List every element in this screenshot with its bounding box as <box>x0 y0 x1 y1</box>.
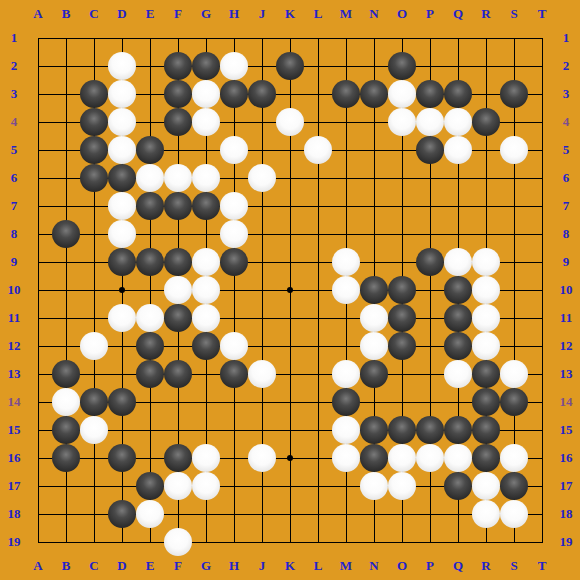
stone-black <box>164 80 192 108</box>
stone-black <box>360 360 388 388</box>
stone-black <box>192 52 220 80</box>
stone-black <box>80 80 108 108</box>
stone-white <box>136 304 164 332</box>
column-label-top: J <box>248 6 276 22</box>
stone-black <box>136 136 164 164</box>
stone-white <box>444 136 472 164</box>
column-label-top: C <box>80 6 108 22</box>
stone-black <box>108 164 136 192</box>
stone-black <box>108 500 136 528</box>
column-label-top: S <box>500 6 528 22</box>
stone-white <box>416 444 444 472</box>
stone-black <box>472 360 500 388</box>
stone-white <box>192 304 220 332</box>
column-label-top: O <box>388 6 416 22</box>
row-label-left: 14 <box>0 394 28 410</box>
stone-white <box>192 80 220 108</box>
stone-white <box>444 360 472 388</box>
column-label-top: G <box>192 6 220 22</box>
stone-white <box>332 276 360 304</box>
stone-white <box>108 52 136 80</box>
stone-black <box>108 388 136 416</box>
stone-black <box>164 360 192 388</box>
column-label-top: B <box>52 6 80 22</box>
stone-white <box>332 444 360 472</box>
stone-white <box>500 136 528 164</box>
row-label-right: 7 <box>552 198 580 214</box>
stone-black <box>136 360 164 388</box>
stone-black <box>136 192 164 220</box>
column-label-bottom: J <box>248 558 276 574</box>
row-label-left: 7 <box>0 198 28 214</box>
column-label-top: A <box>24 6 52 22</box>
stone-black <box>220 80 248 108</box>
stone-black <box>192 192 220 220</box>
stone-black <box>164 248 192 276</box>
stone-white <box>332 360 360 388</box>
row-label-left: 8 <box>0 226 28 242</box>
stone-white <box>444 444 472 472</box>
column-label-top: D <box>108 6 136 22</box>
stone-white <box>108 192 136 220</box>
column-label-bottom: O <box>388 558 416 574</box>
row-label-right: 8 <box>552 226 580 242</box>
stone-black <box>332 388 360 416</box>
stone-black <box>444 332 472 360</box>
column-label-top: P <box>416 6 444 22</box>
stone-black <box>388 332 416 360</box>
stone-black <box>192 332 220 360</box>
stone-white <box>472 276 500 304</box>
stone-white <box>108 136 136 164</box>
stone-white <box>444 108 472 136</box>
row-label-right: 12 <box>552 338 580 354</box>
column-label-bottom: L <box>304 558 332 574</box>
column-label-bottom: K <box>276 558 304 574</box>
stone-black <box>108 248 136 276</box>
stone-white <box>444 248 472 276</box>
stone-black <box>444 80 472 108</box>
stone-black <box>80 164 108 192</box>
stone-white <box>388 444 416 472</box>
row-label-left: 10 <box>0 282 28 298</box>
stone-black <box>136 248 164 276</box>
stone-black <box>52 360 80 388</box>
column-label-bottom: H <box>220 558 248 574</box>
stone-white <box>108 220 136 248</box>
column-label-bottom: D <box>108 558 136 574</box>
stone-black <box>500 472 528 500</box>
row-label-right: 17 <box>552 478 580 494</box>
stone-white <box>304 136 332 164</box>
stone-black <box>472 388 500 416</box>
stone-white <box>472 304 500 332</box>
stone-black <box>52 416 80 444</box>
column-label-bottom: B <box>52 558 80 574</box>
row-label-right: 15 <box>552 422 580 438</box>
stone-white <box>220 136 248 164</box>
stone-white <box>500 360 528 388</box>
stone-white <box>52 388 80 416</box>
stone-black <box>108 444 136 472</box>
stone-white <box>472 472 500 500</box>
column-label-bottom: G <box>192 558 220 574</box>
stone-white <box>472 500 500 528</box>
stone-white <box>500 444 528 472</box>
row-label-right: 1 <box>552 30 580 46</box>
stone-white <box>248 360 276 388</box>
stone-black <box>276 52 304 80</box>
stone-black <box>388 416 416 444</box>
star-point <box>287 455 293 461</box>
column-label-bottom: T <box>528 558 556 574</box>
row-label-left: 9 <box>0 254 28 270</box>
stone-white <box>472 248 500 276</box>
star-point <box>287 287 293 293</box>
row-label-right: 18 <box>552 506 580 522</box>
stone-black <box>500 80 528 108</box>
column-label-bottom: A <box>24 558 52 574</box>
stone-white <box>192 472 220 500</box>
row-label-right: 5 <box>552 142 580 158</box>
row-label-right: 3 <box>552 86 580 102</box>
column-label-bottom: M <box>332 558 360 574</box>
stone-black <box>416 136 444 164</box>
stone-black <box>52 220 80 248</box>
column-label-top: M <box>332 6 360 22</box>
column-label-bottom: Q <box>444 558 472 574</box>
row-label-left: 18 <box>0 506 28 522</box>
stone-black <box>248 80 276 108</box>
stone-white <box>220 192 248 220</box>
row-label-left: 6 <box>0 170 28 186</box>
stone-white <box>388 80 416 108</box>
row-label-left: 15 <box>0 422 28 438</box>
row-label-right: 4 <box>552 114 580 130</box>
column-label-top: T <box>528 6 556 22</box>
stone-white <box>360 472 388 500</box>
column-label-top: L <box>304 6 332 22</box>
column-label-bottom: E <box>136 558 164 574</box>
stone-black <box>164 108 192 136</box>
stone-black <box>360 80 388 108</box>
stone-black <box>416 80 444 108</box>
stone-black <box>472 108 500 136</box>
stone-white <box>164 472 192 500</box>
stone-black <box>444 416 472 444</box>
stone-black <box>388 52 416 80</box>
stone-white <box>164 276 192 304</box>
stone-white <box>220 332 248 360</box>
stone-black <box>416 248 444 276</box>
stone-black <box>136 332 164 360</box>
stone-white <box>192 108 220 136</box>
stone-white <box>136 500 164 528</box>
stone-white <box>416 108 444 136</box>
stone-white <box>248 164 276 192</box>
stone-white <box>360 332 388 360</box>
row-label-left: 13 <box>0 366 28 382</box>
stone-white <box>248 444 276 472</box>
stone-black <box>388 304 416 332</box>
stone-black <box>360 416 388 444</box>
row-label-right: 13 <box>552 366 580 382</box>
row-label-left: 5 <box>0 142 28 158</box>
stone-white <box>192 164 220 192</box>
go-board-screenshot: AABBCCDDEEFFGGHHJJKKLLMMNNOOPPQQRRSSTT11… <box>0 0 580 580</box>
stone-black <box>164 444 192 472</box>
column-label-bottom: R <box>472 558 500 574</box>
star-point <box>119 287 125 293</box>
stone-white <box>80 416 108 444</box>
column-label-top: Q <box>444 6 472 22</box>
column-label-bottom: C <box>80 558 108 574</box>
stone-black <box>220 360 248 388</box>
column-label-top: K <box>276 6 304 22</box>
stone-black <box>220 248 248 276</box>
column-label-bottom: P <box>416 558 444 574</box>
stone-white <box>388 472 416 500</box>
row-label-left: 1 <box>0 30 28 46</box>
stone-white <box>192 276 220 304</box>
stone-black <box>52 444 80 472</box>
stone-black <box>500 388 528 416</box>
row-label-right: 2 <box>552 58 580 74</box>
row-label-left: 12 <box>0 338 28 354</box>
stone-black <box>472 416 500 444</box>
stone-white <box>192 248 220 276</box>
stone-black <box>360 276 388 304</box>
stone-black <box>416 416 444 444</box>
stone-white <box>360 304 388 332</box>
stone-white <box>80 332 108 360</box>
column-label-top: F <box>164 6 192 22</box>
stone-black <box>164 192 192 220</box>
stone-white <box>192 444 220 472</box>
stone-black <box>136 472 164 500</box>
row-label-right: 14 <box>552 394 580 410</box>
column-label-top: N <box>360 6 388 22</box>
stone-black <box>444 472 472 500</box>
row-label-left: 3 <box>0 86 28 102</box>
stone-black <box>164 304 192 332</box>
stone-black <box>332 80 360 108</box>
stone-white <box>332 248 360 276</box>
row-label-left: 4 <box>0 114 28 130</box>
stone-white <box>136 164 164 192</box>
row-label-right: 6 <box>552 170 580 186</box>
stone-black <box>388 276 416 304</box>
stone-black <box>444 304 472 332</box>
stone-black <box>80 388 108 416</box>
row-label-right: 19 <box>552 534 580 550</box>
stone-black <box>164 52 192 80</box>
row-label-left: 16 <box>0 450 28 466</box>
stone-black <box>80 108 108 136</box>
stone-white <box>108 304 136 332</box>
row-label-left: 11 <box>0 310 28 326</box>
row-label-left: 2 <box>0 58 28 74</box>
stone-black <box>444 276 472 304</box>
column-label-top: R <box>472 6 500 22</box>
stone-white <box>388 108 416 136</box>
stone-white <box>164 528 192 556</box>
row-label-right: 10 <box>552 282 580 298</box>
row-label-right: 9 <box>552 254 580 270</box>
column-label-bottom: F <box>164 558 192 574</box>
stone-white <box>500 500 528 528</box>
stone-white <box>220 52 248 80</box>
row-label-left: 19 <box>0 534 28 550</box>
stone-white <box>472 332 500 360</box>
stone-black <box>360 444 388 472</box>
stone-white <box>108 108 136 136</box>
stone-white <box>220 220 248 248</box>
stone-white <box>332 416 360 444</box>
stone-white <box>164 164 192 192</box>
stone-white <box>108 80 136 108</box>
column-label-top: H <box>220 6 248 22</box>
stone-black <box>80 136 108 164</box>
row-label-right: 16 <box>552 450 580 466</box>
stone-black <box>472 444 500 472</box>
row-label-left: 17 <box>0 478 28 494</box>
column-label-bottom: S <box>500 558 528 574</box>
row-label-right: 11 <box>552 310 580 326</box>
stone-white <box>276 108 304 136</box>
column-label-bottom: N <box>360 558 388 574</box>
column-label-top: E <box>136 6 164 22</box>
